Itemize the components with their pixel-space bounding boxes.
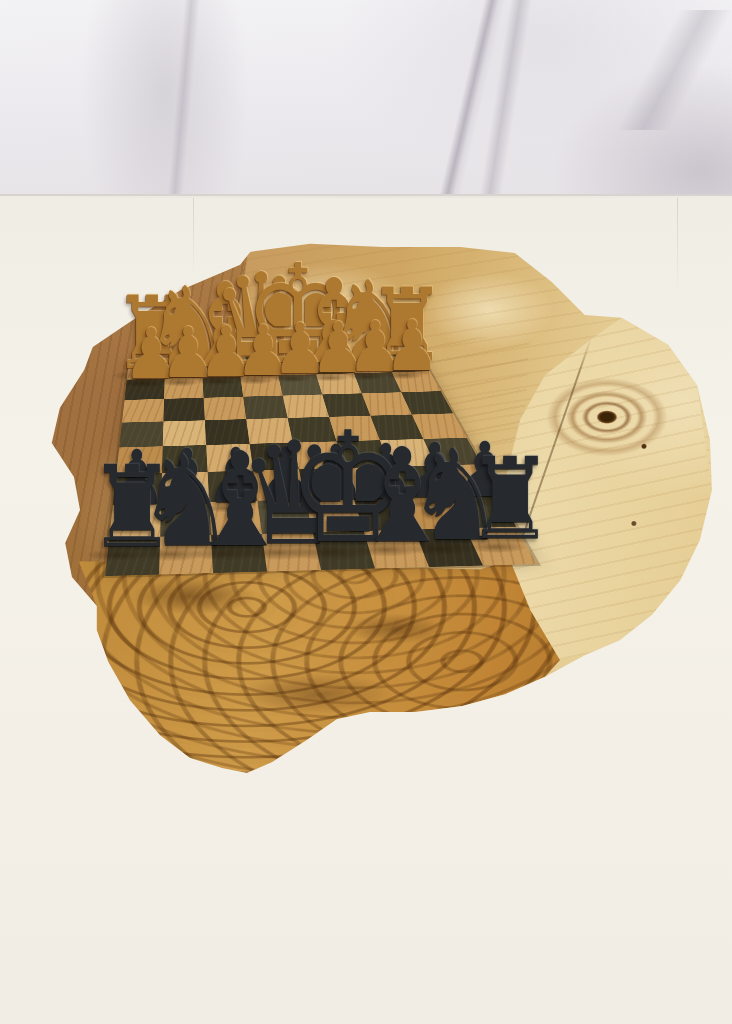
square-b3[interactable] <box>163 398 204 422</box>
counter-seam-right <box>677 198 678 298</box>
marble-backsplash <box>0 0 732 196</box>
black-rook-h8[interactable]: ♜ <box>466 444 555 557</box>
square-a3[interactable] <box>122 399 164 423</box>
white-pawn-h2[interactable]: ♟ <box>385 311 440 381</box>
photo-scene: ♜♞♝♛♚♝♞♜♟♟♟♟♟♟♟♟♟♟♟♟♟♟♟♟♜♞♝♛♚♝♞♜ <box>0 0 732 1024</box>
